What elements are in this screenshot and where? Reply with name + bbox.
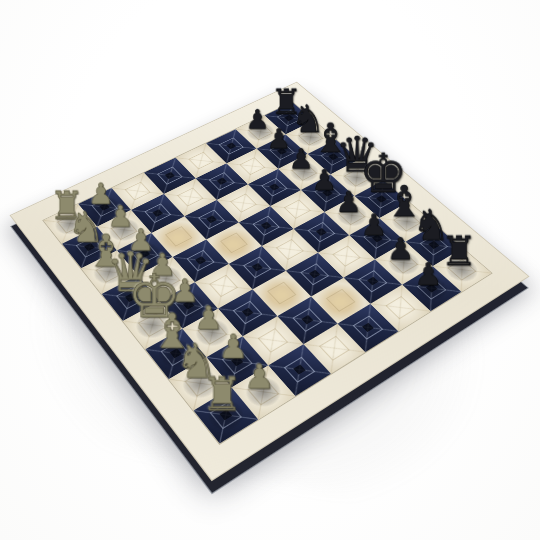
square-d5[interactable]: [239, 206, 294, 246]
piece-black-pawn-h7[interactable]: ♟: [408, 259, 450, 290]
square-f6[interactable]: [318, 235, 375, 277]
piece-white-rook-h1[interactable]: ♜: [199, 371, 246, 418]
photo-scene: ♜♞♝♛♚♝♞♜♟♟♟♟♟♟♟♟♟♟♟♟♟♟♟♟♜♞♝♛♚♝♞♜: [0, 0, 540, 540]
